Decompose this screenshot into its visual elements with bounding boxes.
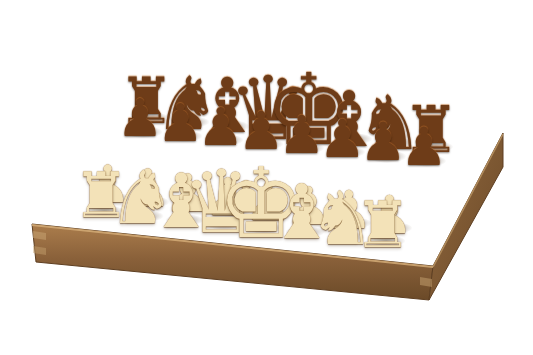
chess-set-photo: ♜♞♝♛♚♝♞♜♟♟♟♟♟♟♟♟♟♟♟♟♟♟♟♟♜♞♝♛♚♝♞♜ <box>0 0 533 355</box>
pieces-layer: ♜♞♝♛♚♝♞♜♟♟♟♟♟♟♟♟♟♟♟♟♟♟♟♟♜♞♝♛♚♝♞♜ <box>0 0 533 355</box>
piece-white-rook-h1[interactable]: ♜ <box>354 193 412 257</box>
piece-black-pawn-h7[interactable]: ♟ <box>400 121 447 174</box>
